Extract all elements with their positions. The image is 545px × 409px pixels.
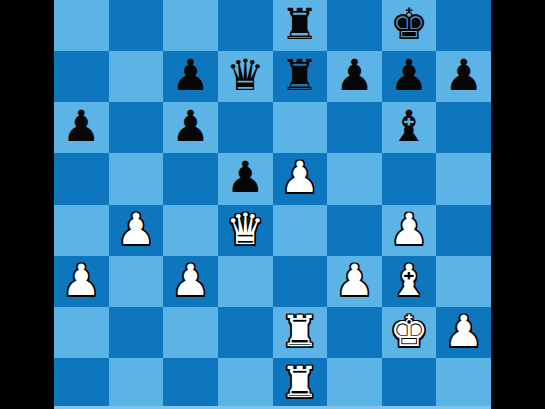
square-f7[interactable]: ♟	[327, 51, 382, 102]
square-d3[interactable]	[218, 256, 273, 307]
square-c4[interactable]	[163, 205, 218, 256]
square-c5[interactable]	[163, 153, 218, 204]
white-pawn-b4[interactable]: ♟	[117, 208, 156, 251]
square-e8[interactable]: ♜	[273, 0, 328, 51]
square-c2[interactable]	[163, 307, 218, 358]
chess-board: ♜♚♟♛♜♟♟♟♟♟♝♟♟♟♛♟♟♟♟♝♜♚♟♜	[54, 0, 491, 409]
square-b5[interactable]	[109, 153, 164, 204]
square-c1[interactable]	[163, 358, 218, 409]
square-g5[interactable]	[382, 153, 437, 204]
square-e3[interactable]	[273, 256, 328, 307]
square-e4[interactable]	[273, 205, 328, 256]
black-rook-e8[interactable]: ♜	[281, 3, 320, 46]
square-e7[interactable]: ♜	[273, 51, 328, 102]
square-d4[interactable]: ♛	[218, 205, 273, 256]
square-f1[interactable]	[327, 358, 382, 409]
black-rook-e7[interactable]: ♜	[281, 54, 320, 97]
square-h6[interactable]	[436, 102, 491, 153]
square-c6[interactable]: ♟	[163, 102, 218, 153]
square-b3[interactable]	[109, 256, 164, 307]
square-d2[interactable]	[218, 307, 273, 358]
square-f4[interactable]	[327, 205, 382, 256]
black-pawn-a6[interactable]: ♟	[62, 105, 101, 148]
square-h8[interactable]	[436, 0, 491, 51]
black-pawn-g7[interactable]: ♟	[390, 54, 429, 97]
square-f5[interactable]	[327, 153, 382, 204]
square-b7[interactable]	[109, 51, 164, 102]
square-a7[interactable]	[54, 51, 109, 102]
square-b8[interactable]	[109, 0, 164, 51]
square-c8[interactable]	[163, 0, 218, 51]
white-pawn-f3[interactable]: ♟	[335, 259, 374, 302]
square-e6[interactable]	[273, 102, 328, 153]
white-rook-e2[interactable]: ♜	[281, 310, 320, 353]
square-d6[interactable]	[218, 102, 273, 153]
square-g6[interactable]: ♝	[382, 102, 437, 153]
square-d7[interactable]: ♛	[218, 51, 273, 102]
square-g4[interactable]: ♟	[382, 205, 437, 256]
square-g1[interactable]	[382, 358, 437, 409]
square-f6[interactable]	[327, 102, 382, 153]
white-bishop-g3[interactable]: ♝	[390, 259, 429, 302]
square-a1[interactable]	[54, 358, 109, 409]
square-b6[interactable]	[109, 102, 164, 153]
video-frame: ♜♚♟♛♜♟♟♟♟♟♝♟♟♟♛♟♟♟♟♝♜♚♟♜	[0, 0, 545, 409]
square-a2[interactable]	[54, 307, 109, 358]
square-g3[interactable]: ♝	[382, 256, 437, 307]
square-h4[interactable]	[436, 205, 491, 256]
square-a4[interactable]	[54, 205, 109, 256]
black-pawn-c6[interactable]: ♟	[171, 105, 210, 148]
square-g7[interactable]: ♟	[382, 51, 437, 102]
black-pawn-f7[interactable]: ♟	[335, 54, 374, 97]
black-pawn-c7[interactable]: ♟	[171, 54, 210, 97]
square-a8[interactable]	[54, 0, 109, 51]
letterbox-left	[0, 0, 54, 409]
square-e1[interactable]: ♜	[273, 358, 328, 409]
square-e5[interactable]: ♟	[273, 153, 328, 204]
white-pawn-h2[interactable]: ♟	[444, 310, 483, 353]
square-f2[interactable]	[327, 307, 382, 358]
white-pawn-e5[interactable]: ♟	[281, 156, 320, 199]
black-pawn-d5[interactable]: ♟	[226, 156, 265, 199]
white-pawn-c3[interactable]: ♟	[171, 259, 210, 302]
square-g2[interactable]: ♚	[382, 307, 437, 358]
letterbox-right	[491, 0, 545, 409]
square-h5[interactable]	[436, 153, 491, 204]
white-rook-e1[interactable]: ♜	[281, 361, 320, 404]
white-queen-d4[interactable]: ♛	[226, 208, 265, 251]
square-c7[interactable]: ♟	[163, 51, 218, 102]
white-king-g2[interactable]: ♚	[390, 310, 429, 353]
white-pawn-g4[interactable]: ♟	[390, 208, 429, 251]
square-h2[interactable]: ♟	[436, 307, 491, 358]
white-pawn-a3[interactable]: ♟	[62, 259, 101, 302]
square-a6[interactable]: ♟	[54, 102, 109, 153]
square-b2[interactable]	[109, 307, 164, 358]
square-b1[interactable]	[109, 358, 164, 409]
square-h3[interactable]	[436, 256, 491, 307]
square-d8[interactable]	[218, 0, 273, 51]
black-bishop-g6[interactable]: ♝	[390, 105, 429, 148]
square-e2[interactable]: ♜	[273, 307, 328, 358]
square-g8[interactable]: ♚	[382, 0, 437, 51]
square-b4[interactable]: ♟	[109, 205, 164, 256]
square-c3[interactable]: ♟	[163, 256, 218, 307]
square-f3[interactable]: ♟	[327, 256, 382, 307]
square-h7[interactable]: ♟	[436, 51, 491, 102]
square-f8[interactable]	[327, 0, 382, 51]
square-a3[interactable]: ♟	[54, 256, 109, 307]
black-king-g8[interactable]: ♚	[390, 3, 429, 46]
square-d1[interactable]	[218, 358, 273, 409]
black-queen-d7[interactable]: ♛	[226, 54, 265, 97]
black-pawn-h7[interactable]: ♟	[444, 54, 483, 97]
square-d5[interactable]: ♟	[218, 153, 273, 204]
square-h1[interactable]	[436, 358, 491, 409]
square-a5[interactable]	[54, 153, 109, 204]
